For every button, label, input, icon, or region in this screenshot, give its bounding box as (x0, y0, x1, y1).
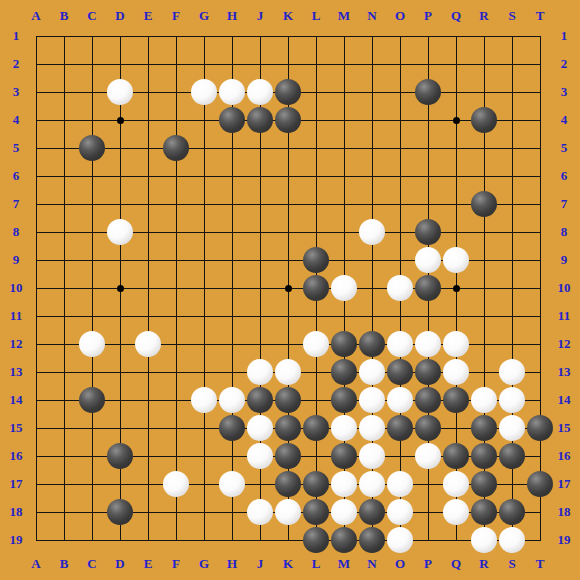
intersection-L5[interactable] (302, 134, 330, 162)
intersection-N9[interactable] (358, 246, 386, 274)
intersection-O2[interactable] (386, 50, 414, 78)
intersection-B13[interactable] (50, 358, 78, 386)
intersection-G6[interactable] (190, 162, 218, 190)
intersection-R8[interactable] (470, 218, 498, 246)
intersection-M10[interactable] (330, 274, 358, 302)
intersection-B4[interactable] (50, 106, 78, 134)
intersection-B5[interactable] (50, 134, 78, 162)
intersection-K10[interactable] (274, 274, 302, 302)
intersection-S2[interactable] (498, 50, 526, 78)
intersection-H16[interactable] (218, 442, 246, 470)
intersection-K15[interactable] (274, 414, 302, 442)
intersection-J9[interactable] (246, 246, 274, 274)
intersection-B7[interactable] (50, 190, 78, 218)
intersection-B6[interactable] (50, 162, 78, 190)
intersection-B17[interactable] (50, 470, 78, 498)
intersection-F14[interactable] (162, 386, 190, 414)
intersection-P14[interactable] (414, 386, 442, 414)
intersection-Q1[interactable] (442, 22, 470, 50)
intersection-B10[interactable] (50, 274, 78, 302)
intersection-M8[interactable] (330, 218, 358, 246)
intersection-H13[interactable] (218, 358, 246, 386)
intersection-S10[interactable] (498, 274, 526, 302)
intersection-G18[interactable] (190, 498, 218, 526)
intersection-E19[interactable] (134, 526, 162, 554)
intersection-D17[interactable] (106, 470, 134, 498)
intersection-C11[interactable] (78, 302, 106, 330)
intersection-M6[interactable] (330, 162, 358, 190)
intersection-D12[interactable] (106, 330, 134, 358)
intersection-F19[interactable] (162, 526, 190, 554)
intersection-N11[interactable] (358, 302, 386, 330)
intersection-M12[interactable] (330, 330, 358, 358)
intersection-M11[interactable] (330, 302, 358, 330)
intersection-M2[interactable] (330, 50, 358, 78)
intersection-N13[interactable] (358, 358, 386, 386)
intersection-R3[interactable] (470, 78, 498, 106)
intersection-N1[interactable] (358, 22, 386, 50)
intersection-N18[interactable] (358, 498, 386, 526)
intersection-O14[interactable] (386, 386, 414, 414)
intersection-G2[interactable] (190, 50, 218, 78)
intersection-D13[interactable] (106, 358, 134, 386)
intersection-D10[interactable] (106, 274, 134, 302)
intersection-C19[interactable] (78, 526, 106, 554)
intersection-E9[interactable] (134, 246, 162, 274)
intersection-O8[interactable] (386, 218, 414, 246)
intersection-E3[interactable] (134, 78, 162, 106)
intersection-Q13[interactable] (442, 358, 470, 386)
intersection-C16[interactable] (78, 442, 106, 470)
intersection-M14[interactable] (330, 386, 358, 414)
intersection-D4[interactable] (106, 106, 134, 134)
intersection-P3[interactable] (414, 78, 442, 106)
intersection-H11[interactable] (218, 302, 246, 330)
intersection-B2[interactable] (50, 50, 78, 78)
intersection-N5[interactable] (358, 134, 386, 162)
intersection-R2[interactable] (470, 50, 498, 78)
intersection-S14[interactable] (498, 386, 526, 414)
intersection-G9[interactable] (190, 246, 218, 274)
intersection-G4[interactable] (190, 106, 218, 134)
intersection-E1[interactable] (134, 22, 162, 50)
intersection-J16[interactable] (246, 442, 274, 470)
intersection-P8[interactable] (414, 218, 442, 246)
intersection-K3[interactable] (274, 78, 302, 106)
intersection-J18[interactable] (246, 498, 274, 526)
intersection-O11[interactable] (386, 302, 414, 330)
intersection-S5[interactable] (498, 134, 526, 162)
intersection-L7[interactable] (302, 190, 330, 218)
intersection-S16[interactable] (498, 442, 526, 470)
intersection-H19[interactable] (218, 526, 246, 554)
intersection-L8[interactable] (302, 218, 330, 246)
intersection-J7[interactable] (246, 190, 274, 218)
intersection-S17[interactable] (498, 470, 526, 498)
intersection-L3[interactable] (302, 78, 330, 106)
intersection-E13[interactable] (134, 358, 162, 386)
intersection-E16[interactable] (134, 442, 162, 470)
intersection-M5[interactable] (330, 134, 358, 162)
intersection-K16[interactable] (274, 442, 302, 470)
intersection-L11[interactable] (302, 302, 330, 330)
intersection-F5[interactable] (162, 134, 190, 162)
intersection-K18[interactable] (274, 498, 302, 526)
intersection-M15[interactable] (330, 414, 358, 442)
intersection-O5[interactable] (386, 134, 414, 162)
intersection-Q4[interactable] (442, 106, 470, 134)
intersection-Q10[interactable] (442, 274, 470, 302)
intersection-H12[interactable] (218, 330, 246, 358)
intersection-R1[interactable] (470, 22, 498, 50)
intersection-L6[interactable] (302, 162, 330, 190)
intersection-P9[interactable] (414, 246, 442, 274)
intersection-G15[interactable] (190, 414, 218, 442)
intersection-K5[interactable] (274, 134, 302, 162)
intersection-O13[interactable] (386, 358, 414, 386)
intersection-E12[interactable] (134, 330, 162, 358)
intersection-O10[interactable] (386, 274, 414, 302)
intersection-J4[interactable] (246, 106, 274, 134)
intersection-D5[interactable] (106, 134, 134, 162)
intersection-Q19[interactable] (442, 526, 470, 554)
intersection-N3[interactable] (358, 78, 386, 106)
intersection-K12[interactable] (274, 330, 302, 358)
intersection-P18[interactable] (414, 498, 442, 526)
intersection-D2[interactable] (106, 50, 134, 78)
intersection-O7[interactable] (386, 190, 414, 218)
intersection-O1[interactable] (386, 22, 414, 50)
intersection-P10[interactable] (414, 274, 442, 302)
intersection-F9[interactable] (162, 246, 190, 274)
intersection-C10[interactable] (78, 274, 106, 302)
intersection-H3[interactable] (218, 78, 246, 106)
intersection-C13[interactable] (78, 358, 106, 386)
intersection-H18[interactable] (218, 498, 246, 526)
intersection-E10[interactable] (134, 274, 162, 302)
intersection-N6[interactable] (358, 162, 386, 190)
intersection-N16[interactable] (358, 442, 386, 470)
intersection-H2[interactable] (218, 50, 246, 78)
intersection-F13[interactable] (162, 358, 190, 386)
intersection-C8[interactable] (78, 218, 106, 246)
intersection-Q14[interactable] (442, 386, 470, 414)
intersection-R11[interactable] (470, 302, 498, 330)
intersection-J11[interactable] (246, 302, 274, 330)
intersection-R9[interactable] (470, 246, 498, 274)
intersection-R6[interactable] (470, 162, 498, 190)
intersection-M7[interactable] (330, 190, 358, 218)
intersection-F15[interactable] (162, 414, 190, 442)
intersection-B11[interactable] (50, 302, 78, 330)
intersection-O17[interactable] (386, 470, 414, 498)
intersection-S15[interactable] (498, 414, 526, 442)
intersection-E7[interactable] (134, 190, 162, 218)
intersection-C15[interactable] (78, 414, 106, 442)
intersection-D15[interactable] (106, 414, 134, 442)
intersection-J1[interactable] (246, 22, 274, 50)
intersection-G12[interactable] (190, 330, 218, 358)
intersection-J15[interactable] (246, 414, 274, 442)
intersection-S9[interactable] (498, 246, 526, 274)
intersection-P13[interactable] (414, 358, 442, 386)
intersection-D14[interactable] (106, 386, 134, 414)
intersection-L13[interactable] (302, 358, 330, 386)
intersection-F18[interactable] (162, 498, 190, 526)
intersection-D16[interactable] (106, 442, 134, 470)
intersection-P5[interactable] (414, 134, 442, 162)
intersection-F6[interactable] (162, 162, 190, 190)
intersection-G17[interactable] (190, 470, 218, 498)
intersection-M3[interactable] (330, 78, 358, 106)
intersection-O3[interactable] (386, 78, 414, 106)
intersection-E4[interactable] (134, 106, 162, 134)
intersection-L1[interactable] (302, 22, 330, 50)
intersection-E5[interactable] (134, 134, 162, 162)
intersection-P17[interactable] (414, 470, 442, 498)
intersection-E8[interactable] (134, 218, 162, 246)
intersection-G14[interactable] (190, 386, 218, 414)
intersection-H9[interactable] (218, 246, 246, 274)
intersection-J19[interactable] (246, 526, 274, 554)
intersection-J5[interactable] (246, 134, 274, 162)
intersection-F3[interactable] (162, 78, 190, 106)
intersection-F12[interactable] (162, 330, 190, 358)
intersection-F1[interactable] (162, 22, 190, 50)
intersection-K11[interactable] (274, 302, 302, 330)
intersection-L4[interactable] (302, 106, 330, 134)
intersection-G19[interactable] (190, 526, 218, 554)
intersection-B18[interactable] (50, 498, 78, 526)
intersection-Q18[interactable] (442, 498, 470, 526)
intersection-E14[interactable] (134, 386, 162, 414)
intersection-D1[interactable] (106, 22, 134, 50)
intersection-L2[interactable] (302, 50, 330, 78)
intersection-K8[interactable] (274, 218, 302, 246)
intersection-G10[interactable] (190, 274, 218, 302)
intersection-Q6[interactable] (442, 162, 470, 190)
intersection-S19[interactable] (498, 526, 526, 554)
intersection-B9[interactable] (50, 246, 78, 274)
intersection-R13[interactable] (470, 358, 498, 386)
intersection-K2[interactable] (274, 50, 302, 78)
intersection-R14[interactable] (470, 386, 498, 414)
intersection-R7[interactable] (470, 190, 498, 218)
intersection-R18[interactable] (470, 498, 498, 526)
intersection-M13[interactable] (330, 358, 358, 386)
intersection-D7[interactable] (106, 190, 134, 218)
intersection-P7[interactable] (414, 190, 442, 218)
intersection-S18[interactable] (498, 498, 526, 526)
intersection-F17[interactable] (162, 470, 190, 498)
intersection-J2[interactable] (246, 50, 274, 78)
intersection-M1[interactable] (330, 22, 358, 50)
intersection-N12[interactable] (358, 330, 386, 358)
intersection-D6[interactable] (106, 162, 134, 190)
intersection-R19[interactable] (470, 526, 498, 554)
intersection-J12[interactable] (246, 330, 274, 358)
intersection-C5[interactable] (78, 134, 106, 162)
intersection-J3[interactable] (246, 78, 274, 106)
intersection-H14[interactable] (218, 386, 246, 414)
intersection-E15[interactable] (134, 414, 162, 442)
intersection-Q16[interactable] (442, 442, 470, 470)
intersection-J14[interactable] (246, 386, 274, 414)
intersection-D19[interactable] (106, 526, 134, 554)
intersection-P4[interactable] (414, 106, 442, 134)
intersection-P12[interactable] (414, 330, 442, 358)
intersection-G5[interactable] (190, 134, 218, 162)
intersection-G8[interactable] (190, 218, 218, 246)
intersection-F2[interactable] (162, 50, 190, 78)
intersection-Q7[interactable] (442, 190, 470, 218)
intersection-E17[interactable] (134, 470, 162, 498)
intersection-G1[interactable] (190, 22, 218, 50)
intersection-L12[interactable] (302, 330, 330, 358)
intersection-P15[interactable] (414, 414, 442, 442)
intersection-O4[interactable] (386, 106, 414, 134)
intersection-C7[interactable] (78, 190, 106, 218)
intersection-L15[interactable] (302, 414, 330, 442)
intersection-L10[interactable] (302, 274, 330, 302)
intersection-P1[interactable] (414, 22, 442, 50)
intersection-F7[interactable] (162, 190, 190, 218)
intersection-S11[interactable] (498, 302, 526, 330)
intersection-Q9[interactable] (442, 246, 470, 274)
intersection-R4[interactable] (470, 106, 498, 134)
intersection-C14[interactable] (78, 386, 106, 414)
intersection-D3[interactable] (106, 78, 134, 106)
intersection-K6[interactable] (274, 162, 302, 190)
intersection-R5[interactable] (470, 134, 498, 162)
intersection-J10[interactable] (246, 274, 274, 302)
intersection-N4[interactable] (358, 106, 386, 134)
intersection-Q17[interactable] (442, 470, 470, 498)
intersection-M9[interactable] (330, 246, 358, 274)
intersection-N8[interactable] (358, 218, 386, 246)
intersection-H1[interactable] (218, 22, 246, 50)
intersection-N7[interactable] (358, 190, 386, 218)
intersection-D9[interactable] (106, 246, 134, 274)
intersection-K13[interactable] (274, 358, 302, 386)
intersection-Q11[interactable] (442, 302, 470, 330)
intersection-E2[interactable] (134, 50, 162, 78)
intersection-S7[interactable] (498, 190, 526, 218)
intersection-G7[interactable] (190, 190, 218, 218)
intersection-R10[interactable] (470, 274, 498, 302)
intersection-L18[interactable] (302, 498, 330, 526)
intersection-J13[interactable] (246, 358, 274, 386)
intersection-S3[interactable] (498, 78, 526, 106)
intersection-O16[interactable] (386, 442, 414, 470)
intersection-O9[interactable] (386, 246, 414, 274)
intersection-B19[interactable] (50, 526, 78, 554)
intersection-E6[interactable] (134, 162, 162, 190)
intersection-S6[interactable] (498, 162, 526, 190)
intersection-G13[interactable] (190, 358, 218, 386)
intersection-F10[interactable] (162, 274, 190, 302)
intersection-H5[interactable] (218, 134, 246, 162)
intersection-Q15[interactable] (442, 414, 470, 442)
intersection-K14[interactable] (274, 386, 302, 414)
intersection-N15[interactable] (358, 414, 386, 442)
intersection-M17[interactable] (330, 470, 358, 498)
intersection-E11[interactable] (134, 302, 162, 330)
intersection-G3[interactable] (190, 78, 218, 106)
intersection-N17[interactable] (358, 470, 386, 498)
intersection-J6[interactable] (246, 162, 274, 190)
intersection-B8[interactable] (50, 218, 78, 246)
intersection-F8[interactable] (162, 218, 190, 246)
intersection-C6[interactable] (78, 162, 106, 190)
intersection-N14[interactable] (358, 386, 386, 414)
intersection-P11[interactable] (414, 302, 442, 330)
intersection-S1[interactable] (498, 22, 526, 50)
intersection-K1[interactable] (274, 22, 302, 50)
intersection-B15[interactable] (50, 414, 78, 442)
intersection-O18[interactable] (386, 498, 414, 526)
intersection-H4[interactable] (218, 106, 246, 134)
intersection-N2[interactable] (358, 50, 386, 78)
intersection-C9[interactable] (78, 246, 106, 274)
intersection-S13[interactable] (498, 358, 526, 386)
intersection-B3[interactable] (50, 78, 78, 106)
intersection-N10[interactable] (358, 274, 386, 302)
intersection-Q2[interactable] (442, 50, 470, 78)
intersection-K19[interactable] (274, 526, 302, 554)
intersection-L9[interactable] (302, 246, 330, 274)
intersection-C18[interactable] (78, 498, 106, 526)
intersection-H7[interactable] (218, 190, 246, 218)
intersection-F4[interactable] (162, 106, 190, 134)
intersection-C17[interactable] (78, 470, 106, 498)
intersection-L14[interactable] (302, 386, 330, 414)
intersection-C1[interactable] (78, 22, 106, 50)
intersection-B1[interactable] (50, 22, 78, 50)
intersection-M18[interactable] (330, 498, 358, 526)
intersection-B14[interactable] (50, 386, 78, 414)
intersection-Q8[interactable] (442, 218, 470, 246)
intersection-E18[interactable] (134, 498, 162, 526)
intersection-D11[interactable] (106, 302, 134, 330)
intersection-C2[interactable] (78, 50, 106, 78)
intersection-K17[interactable] (274, 470, 302, 498)
intersection-G16[interactable] (190, 442, 218, 470)
intersection-F16[interactable] (162, 442, 190, 470)
intersection-H17[interactable] (218, 470, 246, 498)
intersection-Q5[interactable] (442, 134, 470, 162)
intersection-B12[interactable] (50, 330, 78, 358)
intersection-K7[interactable] (274, 190, 302, 218)
intersection-O19[interactable] (386, 526, 414, 554)
intersection-L17[interactable] (302, 470, 330, 498)
intersection-R15[interactable] (470, 414, 498, 442)
intersection-J17[interactable] (246, 470, 274, 498)
intersection-P6[interactable] (414, 162, 442, 190)
intersection-S12[interactable] (498, 330, 526, 358)
intersection-K4[interactable] (274, 106, 302, 134)
intersection-D18[interactable] (106, 498, 134, 526)
intersection-M16[interactable] (330, 442, 358, 470)
intersection-R17[interactable] (470, 470, 498, 498)
intersection-Q3[interactable] (442, 78, 470, 106)
intersection-C4[interactable] (78, 106, 106, 134)
intersection-M19[interactable] (330, 526, 358, 554)
intersection-F11[interactable] (162, 302, 190, 330)
intersection-M4[interactable] (330, 106, 358, 134)
intersection-H10[interactable] (218, 274, 246, 302)
intersection-P16[interactable] (414, 442, 442, 470)
